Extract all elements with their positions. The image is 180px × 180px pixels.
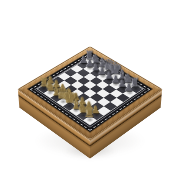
scene: ♜♞♝♛♚♝♞♜♟♟♟♟♟♟♟♟♟♟♟♟♟♟♟♟♜♞♝♛♚♝♞♜ (0, 0, 180, 180)
chess-set: ♜♞♝♛♚♝♞♜♟♟♟♟♟♟♟♟♟♟♟♟♟♟♟♟♜♞♝♛♚♝♞♜ (18, 46, 162, 139)
piece-glyph: ♟ (121, 83, 137, 93)
box-lid-top: ♜♞♝♛♚♝♞♜♟♟♟♟♟♟♟♟♟♟♟♟♟♟♟♟♜♞♝♛♚♝♞♜ (18, 46, 162, 139)
piece-glyph: ♜ (81, 108, 98, 120)
product-photo: ♜♞♝♛♚♝♞♜♟♟♟♟♟♟♟♟♟♟♟♟♟♟♟♟♜♞♝♛♚♝♞♜ (0, 0, 180, 180)
